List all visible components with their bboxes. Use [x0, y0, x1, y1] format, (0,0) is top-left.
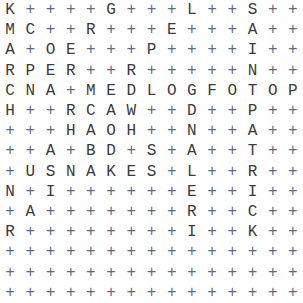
grid-cell-r14c15[interactable]: + — [283, 263, 303, 283]
grid-cell-r1c15[interactable]: + — [283, 0, 303, 20]
grid-cell-r1c2[interactable]: + — [20, 0, 40, 20]
grid-cell-r9c15[interactable]: + — [283, 162, 303, 182]
grid-cell-r7c2[interactable]: + — [20, 121, 40, 141]
grid-cell-r13c11[interactable]: + — [202, 242, 222, 262]
grid-cell-r12c2[interactable]: + — [20, 222, 40, 242]
grid-cell-r7c4[interactable]: H — [61, 121, 81, 141]
grid-cell-r8c3[interactable]: A — [40, 141, 60, 161]
grid-cell-r15c3[interactable]: + — [40, 283, 60, 303]
grid-cell-r15c13[interactable]: + — [242, 283, 262, 303]
grid-cell-r14c1[interactable]: + — [0, 263, 20, 283]
grid-cell-r2c5[interactable]: R — [81, 20, 101, 40]
grid-cell-r9c10[interactable]: L — [182, 162, 202, 182]
grid-cell-r9c11[interactable]: + — [202, 162, 222, 182]
grid-cell-r13c13[interactable]: + — [242, 242, 262, 262]
grid-cell-r1c13[interactable]: S — [242, 0, 262, 20]
grid-cell-r3c8[interactable]: P — [141, 40, 161, 60]
grid-cell-r2c2[interactable]: C — [20, 20, 40, 40]
grid-cell-r15c12[interactable]: + — [222, 283, 242, 303]
grid-cell-r12c7[interactable]: + — [121, 222, 141, 242]
grid-cell-r4c11[interactable]: + — [202, 61, 222, 81]
grid-cell-r5c10[interactable]: G — [182, 81, 202, 101]
grid-cell-r2c15[interactable]: + — [283, 20, 303, 40]
grid-cell-r15c6[interactable]: + — [101, 283, 121, 303]
grid-cell-r6c5[interactable]: C — [81, 101, 101, 121]
grid-cell-r7c13[interactable]: A — [242, 121, 262, 141]
grid-cell-r14c11[interactable]: + — [202, 263, 222, 283]
grid-cell-r2c10[interactable]: + — [182, 20, 202, 40]
grid-cell-r15c1[interactable]: + — [0, 283, 20, 303]
grid-cell-r14c2[interactable]: + — [20, 263, 40, 283]
grid-cell-r14c12[interactable]: + — [222, 263, 242, 283]
grid-cell-r15c7[interactable]: + — [121, 283, 141, 303]
grid-cell-r6c2[interactable]: + — [20, 101, 40, 121]
grid-cell-r11c2[interactable]: A — [20, 202, 40, 222]
grid-cell-r13c14[interactable]: + — [263, 242, 283, 262]
grid-cell-r5c8[interactable]: L — [141, 81, 161, 101]
grid-cell-r7c14[interactable]: + — [263, 121, 283, 141]
grid-cell-r13c4[interactable]: + — [61, 242, 81, 262]
grid-cell-r6c11[interactable]: + — [202, 101, 222, 121]
grid-cell-r12c1[interactable]: R — [0, 222, 20, 242]
grid-cell-r10c12[interactable]: + — [222, 182, 242, 202]
grid-cell-r15c10[interactable]: + — [182, 283, 202, 303]
grid-cell-r12c14[interactable]: + — [263, 222, 283, 242]
grid-cell-r6c7[interactable]: W — [121, 101, 141, 121]
grid-cell-r4c12[interactable]: + — [222, 61, 242, 81]
grid-cell-r9c9[interactable]: + — [162, 162, 182, 182]
grid-cell-r2c8[interactable]: + — [141, 20, 161, 40]
grid-cell-r6c4[interactable]: R — [61, 101, 81, 121]
grid-cell-r1c9[interactable]: + — [162, 0, 182, 20]
grid-cell-r2c13[interactable]: A — [242, 20, 262, 40]
grid-cell-r10c7[interactable]: + — [121, 182, 141, 202]
grid-cell-r7c9[interactable]: + — [162, 121, 182, 141]
grid-cell-r11c1[interactable]: + — [0, 202, 20, 222]
grid-cell-r14c4[interactable]: + — [61, 263, 81, 283]
grid-cell-r14c14[interactable]: + — [263, 263, 283, 283]
grid-cell-r10c15[interactable]: + — [283, 182, 303, 202]
grid-cell-r10c11[interactable]: + — [202, 182, 222, 202]
grid-cell-r5c4[interactable]: + — [61, 81, 81, 101]
grid-cell-r12c6[interactable]: + — [101, 222, 121, 242]
grid-cell-r5c9[interactable]: O — [162, 81, 182, 101]
grid-cell-r13c12[interactable]: + — [222, 242, 242, 262]
grid-cell-r1c10[interactable]: L — [182, 0, 202, 20]
grid-cell-r3c6[interactable]: + — [101, 40, 121, 60]
grid-cell-r6c1[interactable]: H — [0, 101, 20, 121]
grid-cell-r11c4[interactable]: + — [61, 202, 81, 222]
grid-cell-r5c15[interactable]: P — [283, 81, 303, 101]
grid-cell-r5c1[interactable]: C — [0, 81, 20, 101]
grid-cell-r13c2[interactable]: + — [20, 242, 40, 262]
grid-cell-r8c13[interactable]: T — [242, 141, 262, 161]
grid-cell-r3c12[interactable]: + — [222, 40, 242, 60]
grid-cell-r4c6[interactable]: + — [101, 61, 121, 81]
grid-cell-r8c9[interactable]: + — [162, 141, 182, 161]
grid-cell-r13c8[interactable]: + — [141, 242, 161, 262]
grid-cell-r8c8[interactable]: S — [141, 141, 161, 161]
grid-cell-r4c8[interactable]: + — [141, 61, 161, 81]
grid-cell-r10c4[interactable]: + — [61, 182, 81, 202]
grid-cell-r15c2[interactable]: + — [20, 283, 40, 303]
grid-cell-r4c13[interactable]: N — [242, 61, 262, 81]
grid-cell-r3c9[interactable]: + — [162, 40, 182, 60]
grid-cell-r15c4[interactable]: + — [61, 283, 81, 303]
grid-cell-r11c6[interactable]: + — [101, 202, 121, 222]
grid-cell-r4c3[interactable]: E — [40, 61, 60, 81]
grid-cell-r7c7[interactable]: H — [121, 121, 141, 141]
grid-cell-r10c14[interactable]: + — [263, 182, 283, 202]
grid-cell-r1c1[interactable]: K — [0, 0, 20, 20]
grid-cell-r8c4[interactable]: + — [61, 141, 81, 161]
grid-cell-r10c9[interactable]: + — [162, 182, 182, 202]
grid-cell-r13c6[interactable]: + — [101, 242, 121, 262]
grid-cell-r7c15[interactable]: + — [283, 121, 303, 141]
grid-cell-r10c13[interactable]: I — [242, 182, 262, 202]
grid-cell-r12c8[interactable]: + — [141, 222, 161, 242]
grid-cell-r3c11[interactable]: + — [202, 40, 222, 60]
grid-cell-r10c8[interactable]: + — [141, 182, 161, 202]
grid-cell-r6c13[interactable]: P — [242, 101, 262, 121]
grid-cell-r13c15[interactable]: + — [283, 242, 303, 262]
word-search-grid: K++++G+++L++S++MC++R+++E+++A++A+OE+++P++… — [0, 0, 303, 303]
grid-cell-r1c4[interactable]: + — [61, 0, 81, 20]
grid-cell-r13c1[interactable]: + — [0, 242, 20, 262]
grid-cell-r12c11[interactable]: + — [202, 222, 222, 242]
grid-cell-r13c10[interactable]: + — [182, 242, 202, 262]
grid-cell-r12c4[interactable]: + — [61, 222, 81, 242]
grid-cell-r5c11[interactable]: F — [202, 81, 222, 101]
grid-cell-r9c6[interactable]: K — [101, 162, 121, 182]
grid-cell-r14c3[interactable]: + — [40, 263, 60, 283]
grid-cell-r11c14[interactable]: + — [263, 202, 283, 222]
grid-cell-r5c7[interactable]: D — [121, 81, 141, 101]
grid-cell-r1c14[interactable]: + — [263, 0, 283, 20]
grid-cell-r2c3[interactable]: + — [40, 20, 60, 40]
grid-cell-r15c8[interactable]: + — [141, 283, 161, 303]
grid-cell-r11c7[interactable]: + — [121, 202, 141, 222]
grid-cell-r11c8[interactable]: + — [141, 202, 161, 222]
grid-cell-r3c3[interactable]: O — [40, 40, 60, 60]
grid-cell-r10c5[interactable]: + — [81, 182, 101, 202]
grid-cell-r4c10[interactable]: + — [182, 61, 202, 81]
grid-cell-r2c14[interactable]: + — [263, 20, 283, 40]
grid-cell-r10c10[interactable]: E — [182, 182, 202, 202]
grid-cell-r12c10[interactable]: I — [182, 222, 202, 242]
grid-cell-r1c5[interactable]: + — [81, 0, 101, 20]
grid-cell-r4c2[interactable]: P — [20, 61, 40, 81]
grid-cell-r3c10[interactable]: + — [182, 40, 202, 60]
grid-cell-r8c11[interactable]: + — [202, 141, 222, 161]
grid-cell-r14c6[interactable]: + — [101, 263, 121, 283]
grid-cell-r7c6[interactable]: O — [101, 121, 121, 141]
grid-cell-r9c13[interactable]: R — [242, 162, 262, 182]
grid-cell-r3c4[interactable]: E — [61, 40, 81, 60]
grid-cell-r7c3[interactable]: + — [40, 121, 60, 141]
grid-cell-r4c7[interactable]: R — [121, 61, 141, 81]
grid-cell-r4c4[interactable]: R — [61, 61, 81, 81]
grid-cell-r2c1[interactable]: M — [0, 20, 20, 40]
grid-cell-r12c9[interactable]: + — [162, 222, 182, 242]
grid-cell-r12c13[interactable]: K — [242, 222, 262, 242]
grid-cell-r7c11[interactable]: + — [202, 121, 222, 141]
grid-cell-r5c5[interactable]: M — [81, 81, 101, 101]
grid-cell-r5c12[interactable]: O — [222, 81, 242, 101]
grid-cell-r9c4[interactable]: N — [61, 162, 81, 182]
grid-cell-r8c15[interactable]: + — [283, 141, 303, 161]
grid-cell-r9c8[interactable]: S — [141, 162, 161, 182]
grid-cell-r2c4[interactable]: + — [61, 20, 81, 40]
grid-cell-r12c3[interactable]: + — [40, 222, 60, 242]
grid-cell-r15c5[interactable]: + — [81, 283, 101, 303]
grid-cell-r6c14[interactable]: + — [263, 101, 283, 121]
grid-cell-r9c14[interactable]: + — [263, 162, 283, 182]
grid-cell-r2c9[interactable]: E — [162, 20, 182, 40]
grid-cell-r2c12[interactable]: + — [222, 20, 242, 40]
grid-cell-r9c3[interactable]: S — [40, 162, 60, 182]
grid-cell-r2c6[interactable]: + — [101, 20, 121, 40]
grid-cell-r7c8[interactable]: + — [141, 121, 161, 141]
grid-cell-r11c3[interactable]: + — [40, 202, 60, 222]
grid-cell-r10c3[interactable]: I — [40, 182, 60, 202]
grid-cell-r12c12[interactable]: + — [222, 222, 242, 242]
grid-cell-r14c5[interactable]: + — [81, 263, 101, 283]
grid-cell-r14c9[interactable]: + — [162, 263, 182, 283]
grid-cell-r7c1[interactable]: + — [0, 121, 20, 141]
grid-cell-r1c7[interactable]: + — [121, 0, 141, 20]
grid-cell-r3c2[interactable]: + — [20, 40, 40, 60]
grid-cell-r15c15[interactable]: + — [283, 283, 303, 303]
grid-cell-r8c10[interactable]: A — [182, 141, 202, 161]
grid-cell-r4c9[interactable]: + — [162, 61, 182, 81]
grid-cell-r9c12[interactable]: + — [222, 162, 242, 182]
grid-cell-r12c15[interactable]: + — [283, 222, 303, 242]
grid-cell-r3c15[interactable]: + — [283, 40, 303, 60]
grid-cell-r3c13[interactable]: I — [242, 40, 262, 60]
grid-cell-r9c2[interactable]: U — [20, 162, 40, 182]
grid-cell-r1c8[interactable]: + — [141, 0, 161, 20]
grid-cell-r6c3[interactable]: + — [40, 101, 60, 121]
grid-cell-r1c12[interactable]: + — [222, 0, 242, 20]
grid-cell-r5c13[interactable]: T — [242, 81, 262, 101]
grid-cell-r7c5[interactable]: A — [81, 121, 101, 141]
grid-cell-r4c1[interactable]: R — [0, 61, 20, 81]
grid-cell-r3c14[interactable]: + — [263, 40, 283, 60]
grid-cell-r11c15[interactable]: + — [283, 202, 303, 222]
grid-cell-r11c9[interactable]: + — [162, 202, 182, 222]
grid-cell-r2c7[interactable]: + — [121, 20, 141, 40]
grid-cell-r10c1[interactable]: N — [0, 182, 20, 202]
grid-cell-r8c7[interactable]: + — [121, 141, 141, 161]
grid-cell-r11c13[interactable]: C — [242, 202, 262, 222]
grid-cell-r13c7[interactable]: + — [121, 242, 141, 262]
grid-cell-r4c5[interactable]: + — [81, 61, 101, 81]
grid-cell-r6c9[interactable]: + — [162, 101, 182, 121]
grid-cell-r14c8[interactable]: + — [141, 263, 161, 283]
grid-cell-r5c6[interactable]: E — [101, 81, 121, 101]
grid-cell-r4c14[interactable]: + — [263, 61, 283, 81]
grid-cell-r5c14[interactable]: O — [263, 81, 283, 101]
grid-cell-r1c6[interactable]: G — [101, 0, 121, 20]
grid-cell-r8c12[interactable]: + — [222, 141, 242, 161]
word-search-board: K++++G+++L++S++MC++R+++E+++A++A+OE+++P++… — [0, 0, 303, 303]
grid-cell-r15c14[interactable]: + — [263, 283, 283, 303]
grid-cell-r8c1[interactable]: + — [0, 141, 20, 161]
grid-cell-r11c10[interactable]: R — [182, 202, 202, 222]
grid-cell-r8c14[interactable]: + — [263, 141, 283, 161]
grid-cell-r15c11[interactable]: + — [202, 283, 222, 303]
grid-cell-r11c12[interactable]: + — [222, 202, 242, 222]
grid-cell-r3c7[interactable]: + — [121, 40, 141, 60]
grid-cell-r9c5[interactable]: A — [81, 162, 101, 182]
grid-cell-r11c5[interactable]: + — [81, 202, 101, 222]
grid-cell-r5c2[interactable]: N — [20, 81, 40, 101]
grid-cell-r13c3[interactable]: + — [40, 242, 60, 262]
grid-cell-r1c11[interactable]: + — [202, 0, 222, 20]
grid-cell-r5c3[interactable]: A — [40, 81, 60, 101]
grid-cell-r9c1[interactable]: + — [0, 162, 20, 182]
grid-cell-r3c1[interactable]: A — [0, 40, 20, 60]
grid-cell-r8c5[interactable]: B — [81, 141, 101, 161]
grid-cell-r6c8[interactable]: + — [141, 101, 161, 121]
grid-cell-r6c10[interactable]: D — [182, 101, 202, 121]
grid-cell-r6c15[interactable]: + — [283, 101, 303, 121]
grid-cell-r6c12[interactable]: + — [222, 101, 242, 121]
grid-cell-r13c5[interactable]: + — [81, 242, 101, 262]
grid-cell-r2c11[interactable]: + — [202, 20, 222, 40]
grid-cell-r7c12[interactable]: + — [222, 121, 242, 141]
grid-cell-r13c9[interactable]: + — [162, 242, 182, 262]
grid-cell-r11c11[interactable]: + — [202, 202, 222, 222]
grid-cell-r3c5[interactable]: + — [81, 40, 101, 60]
grid-cell-r6c6[interactable]: A — [101, 101, 121, 121]
grid-cell-r1c3[interactable]: + — [40, 0, 60, 20]
grid-cell-r14c10[interactable]: + — [182, 263, 202, 283]
grid-cell-r10c6[interactable]: + — [101, 182, 121, 202]
grid-cell-r8c6[interactable]: D — [101, 141, 121, 161]
grid-cell-r10c2[interactable]: + — [20, 182, 40, 202]
grid-cell-r14c7[interactable]: + — [121, 263, 141, 283]
grid-cell-r15c9[interactable]: + — [162, 283, 182, 303]
grid-cell-r7c10[interactable]: N — [182, 121, 202, 141]
grid-cell-r9c7[interactable]: E — [121, 162, 141, 182]
grid-cell-r14c13[interactable]: + — [242, 263, 262, 283]
grid-cell-r8c2[interactable]: + — [20, 141, 40, 161]
grid-cell-r12c5[interactable]: + — [81, 222, 101, 242]
grid-cell-r4c15[interactable]: + — [283, 61, 303, 81]
